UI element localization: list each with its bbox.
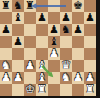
- square-e2[interactable]: [48, 72, 60, 84]
- square-b5[interactable]: ♟: [12, 36, 24, 48]
- chess-board[interactable]: ♜♞♜♚♝♟♟♟♟♟♞♟♟♝♟♞♟♝♛♟♟♝♞♟♟♔♜♜: [0, 0, 96, 96]
- square-e1[interactable]: [48, 84, 60, 96]
- piece-black-bishop-b7[interactable]: ♝: [13, 12, 23, 24]
- piece-white-rook-h1[interactable]: ♜: [85, 84, 95, 96]
- square-g8[interactable]: ♚: [72, 0, 84, 12]
- square-e4[interactable]: ♟: [48, 48, 60, 60]
- square-b1[interactable]: [12, 84, 24, 96]
- square-g5[interactable]: [72, 36, 84, 48]
- square-h1[interactable]: ♜: [84, 84, 96, 96]
- square-g4[interactable]: [72, 48, 84, 60]
- chess-app-window: ♜♞♜♚♝♟♟♟♟♟♞♟♟♝♟♞♟♝♛♟♟♝♞♟♟♔♜♜: [0, 0, 100, 98]
- square-a6[interactable]: ♟: [0, 24, 12, 36]
- piece-black-pawn-g6[interactable]: ♟: [73, 24, 83, 36]
- piece-white-king-c1[interactable]: ♔: [25, 84, 35, 96]
- square-h7[interactable]: ♟: [84, 12, 96, 24]
- square-h4[interactable]: [84, 48, 96, 60]
- piece-black-pawn-b5[interactable]: ♟: [13, 36, 23, 48]
- square-f2[interactable]: ♞: [60, 72, 72, 84]
- piece-white-pawn-b2[interactable]: ♟: [13, 72, 23, 84]
- piece-black-rook-c8[interactable]: ♜: [25, 0, 35, 12]
- piece-black-pawn-a6[interactable]: ♟: [1, 24, 11, 36]
- square-c5[interactable]: [24, 36, 36, 48]
- square-c8[interactable]: ♜: [24, 0, 36, 12]
- square-d5[interactable]: [36, 36, 48, 48]
- square-f6[interactable]: ♞: [60, 24, 72, 36]
- piece-white-pawn-g2[interactable]: ♟: [73, 72, 83, 84]
- square-c3[interactable]: ♟: [24, 60, 36, 72]
- square-b2[interactable]: ♟: [12, 72, 24, 84]
- square-d1[interactable]: ♜: [36, 84, 48, 96]
- piece-black-king-g8[interactable]: ♚: [73, 0, 83, 12]
- square-b7[interactable]: ♝: [12, 12, 24, 24]
- square-f1[interactable]: [60, 84, 72, 96]
- square-d6[interactable]: [36, 24, 48, 36]
- square-f5[interactable]: [60, 36, 72, 48]
- piece-white-knight-f2[interactable]: ♞: [61, 72, 71, 84]
- square-g6[interactable]: ♟: [72, 24, 84, 36]
- square-h5[interactable]: [84, 36, 96, 48]
- piece-black-pawn-d7[interactable]: ♟: [37, 12, 47, 24]
- square-e3[interactable]: [48, 60, 60, 72]
- piece-white-pawn-c3[interactable]: ♟: [25, 60, 35, 72]
- square-a1[interactable]: [0, 84, 12, 96]
- piece-white-rook-d1[interactable]: ♜: [37, 84, 47, 96]
- square-g2[interactable]: ♟: [72, 72, 84, 84]
- square-g1[interactable]: [72, 84, 84, 96]
- square-c7[interactable]: [24, 12, 36, 24]
- piece-black-rook-a8[interactable]: ♜: [1, 0, 11, 12]
- square-d7[interactable]: ♟: [36, 12, 48, 24]
- square-b4[interactable]: [12, 48, 24, 60]
- square-e8[interactable]: [48, 0, 60, 12]
- square-a8[interactable]: ♜: [0, 0, 12, 12]
- piece-white-pawn-e4[interactable]: ♟: [49, 48, 59, 60]
- piece-black-knight-f6[interactable]: ♞: [61, 24, 71, 36]
- square-a5[interactable]: [0, 36, 12, 48]
- piece-black-pawn-h7[interactable]: ♟: [85, 12, 95, 24]
- square-a2[interactable]: ♟: [0, 72, 12, 84]
- piece-white-pawn-a2[interactable]: ♟: [1, 72, 11, 84]
- square-c6[interactable]: [24, 24, 36, 36]
- square-h6[interactable]: [84, 24, 96, 36]
- square-c1[interactable]: ♔: [24, 84, 36, 96]
